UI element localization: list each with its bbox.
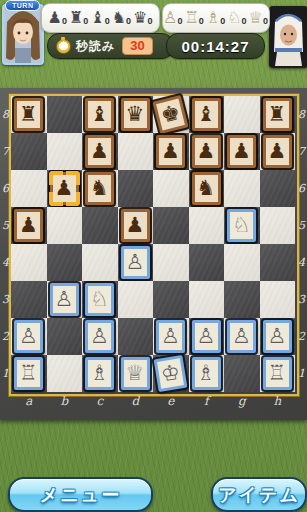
piece-glyph: ♙ xyxy=(232,326,251,347)
rank-label-3: 3 xyxy=(296,281,307,318)
menu-button-label: メニュー xyxy=(40,483,121,507)
rank-label-3: 3 xyxy=(0,281,11,318)
capture-count: 0 xyxy=(147,16,152,26)
rank-label-5: 5 xyxy=(296,207,307,244)
square-g5[interactable]: ♘ xyxy=(224,207,260,244)
piece-glyph: ♜ xyxy=(268,104,287,125)
square-g1[interactable] xyxy=(224,355,260,392)
square-f8[interactable]: ♝ xyxy=(189,96,225,133)
left-player-avatar xyxy=(2,4,44,65)
piece-glyph: ♟ xyxy=(197,141,216,162)
square-f3[interactable] xyxy=(189,281,225,318)
piece-glyph: ♟ xyxy=(126,215,145,236)
rank-label-2: 2 xyxy=(0,318,11,355)
piece-glyph: ♝ xyxy=(197,104,216,125)
selection-corner xyxy=(66,192,80,206)
square-d4[interactable]: ♙ xyxy=(118,244,154,281)
square-c5[interactable] xyxy=(82,207,118,244)
tray-item-black-knight: ♞0 xyxy=(112,8,132,28)
square-h2[interactable]: ♙ xyxy=(260,318,296,355)
white-knight-icon: ♘ xyxy=(227,8,241,28)
square-g3[interactable] xyxy=(224,281,260,318)
rank-label-1: 1 xyxy=(0,355,11,392)
black-piece-tile-h8[interactable]: ♜ xyxy=(263,98,292,131)
board-frame: ♜♝♛♚♝♜♟♟♟♟♟♟♞♞♟♟♘♙♙♘♙♙♙♙♙♙♖♗♕♔♗♖ 8765432… xyxy=(0,88,307,420)
piece-glyph: ♟ xyxy=(19,215,38,236)
square-d1[interactable]: ♕ xyxy=(118,355,154,392)
piece-glyph: ♙ xyxy=(197,326,216,347)
chess-board: ♜♝♛♚♝♜♟♟♟♟♟♟♞♞♟♟♘♙♙♘♙♙♙♙♙♙♖♗♕♔♗♖ xyxy=(11,96,295,392)
piece-glyph: ♘ xyxy=(232,215,251,236)
white-piece-tile-a2[interactable]: ♙ xyxy=(14,320,43,353)
woman-portrait-art xyxy=(4,6,42,63)
square-a7[interactable] xyxy=(11,133,47,170)
white-piece-tile-b3[interactable]: ♙ xyxy=(50,283,79,316)
white-bishop-icon: ♗ xyxy=(206,8,220,28)
square-a8[interactable]: ♜ xyxy=(11,96,47,133)
white-piece-tile-c2[interactable]: ♙ xyxy=(85,320,114,353)
capture-count: 0 xyxy=(62,16,67,26)
square-a6[interactable] xyxy=(11,170,47,207)
file-label-a: a xyxy=(11,394,47,408)
selection-corner xyxy=(49,171,63,185)
turn-badge: TURN xyxy=(5,0,40,11)
right-player-avatar xyxy=(269,6,307,68)
white-piece-tile-f1[interactable]: ♗ xyxy=(192,357,221,390)
piece-glyph: ♗ xyxy=(197,363,216,384)
white-piece-tile-h1[interactable]: ♖ xyxy=(263,357,292,390)
piece-glyph: ♜ xyxy=(19,104,38,125)
capture-count: 0 xyxy=(199,16,204,26)
black-piece-tile-c6[interactable]: ♞ xyxy=(85,172,114,205)
clock-time: 00:14:27 xyxy=(181,38,249,55)
square-f1[interactable]: ♗ xyxy=(189,355,225,392)
file-label-g: g xyxy=(224,394,260,408)
square-g8[interactable] xyxy=(224,96,260,133)
tray-item-white-queen: ♕0 xyxy=(249,8,269,28)
square-h1[interactable]: ♖ xyxy=(260,355,296,392)
piece-glyph: ♝ xyxy=(90,104,109,125)
white-rook-icon: ♖ xyxy=(184,8,198,28)
tray-item-black-pawn: ♟0 xyxy=(48,8,68,28)
square-f2[interactable]: ♙ xyxy=(189,318,225,355)
piece-glyph: ♞ xyxy=(197,178,216,199)
white-piece-tile-d4[interactable]: ♙ xyxy=(121,246,150,279)
rank-label-7: 7 xyxy=(0,133,11,170)
white-piece-tile-a1[interactable]: ♖ xyxy=(14,357,43,390)
piece-glyph: ♖ xyxy=(268,363,287,384)
square-c4[interactable] xyxy=(82,244,118,281)
black-piece-tile-f6[interactable]: ♞ xyxy=(192,172,221,205)
white-queen-icon: ♕ xyxy=(249,8,263,28)
rank-label-4: 4 xyxy=(296,244,307,281)
square-d5[interactable]: ♟ xyxy=(118,207,154,244)
rank-label-8: 8 xyxy=(0,96,11,133)
capture-count: 0 xyxy=(220,16,225,26)
byoyomi-seconds: 30 xyxy=(122,37,152,55)
black-pawn-icon: ♟ xyxy=(48,8,62,28)
file-labels: abcdefgh xyxy=(11,394,295,408)
piece-glyph: ♛ xyxy=(126,104,145,125)
byoyomi-label: 秒読み xyxy=(76,38,115,55)
square-h3[interactable] xyxy=(260,281,296,318)
piece-glyph: ♟ xyxy=(268,141,287,162)
square-h4[interactable] xyxy=(260,244,296,281)
tray-item-white-knight: ♘0 xyxy=(227,8,247,28)
square-d7[interactable] xyxy=(118,133,154,170)
white-piece-tile-h2[interactable]: ♙ xyxy=(263,320,292,353)
square-a2[interactable]: ♙ xyxy=(11,318,47,355)
square-f5[interactable] xyxy=(189,207,225,244)
black-piece-tile-h7[interactable]: ♟ xyxy=(263,135,292,168)
tray-item-white-bishop: ♗0 xyxy=(206,8,226,28)
capture-count: 0 xyxy=(263,16,268,26)
black-piece-tile-c8[interactable]: ♝ xyxy=(85,98,114,131)
capture-count: 0 xyxy=(105,16,110,26)
square-g2[interactable]: ♙ xyxy=(224,318,260,355)
square-g7[interactable]: ♟ xyxy=(224,133,260,170)
square-g4[interactable] xyxy=(224,244,260,281)
square-b1[interactable] xyxy=(47,355,83,392)
captured-tray-black-pieces: ♟0♜0♝0♞0♛0 xyxy=(41,3,160,33)
black-piece-tile-f7[interactable]: ♟ xyxy=(192,135,221,168)
rank-labels-right: 87654321 xyxy=(296,96,307,392)
file-label-c: c xyxy=(82,394,118,408)
rank-label-6: 6 xyxy=(0,170,11,207)
tray-item-white-rook: ♖0 xyxy=(184,8,204,28)
piece-glyph: ♙ xyxy=(126,252,145,273)
square-f4[interactable] xyxy=(189,244,225,281)
square-c6[interactable]: ♞ xyxy=(82,170,118,207)
square-b7[interactable] xyxy=(47,133,83,170)
menu-button[interactable]: メニュー xyxy=(8,477,153,512)
square-b8[interactable] xyxy=(47,96,83,133)
square-e8[interactable]: ♚ xyxy=(153,96,189,133)
square-c8[interactable]: ♝ xyxy=(82,96,118,133)
black-piece-tile-g7[interactable]: ♟ xyxy=(227,135,256,168)
piece-glyph: ♖ xyxy=(19,363,38,384)
file-label-f: f xyxy=(189,394,225,408)
black-piece-tile-e8[interactable]: ♚ xyxy=(152,95,188,134)
square-f6[interactable]: ♞ xyxy=(189,170,225,207)
white-piece-tile-g5[interactable]: ♘ xyxy=(227,209,256,242)
tray-item-white-pawn: ♙0 xyxy=(163,8,183,28)
piece-glyph: ♟ xyxy=(161,141,180,162)
square-c2[interactable]: ♙ xyxy=(82,318,118,355)
piece-glyph: ♗ xyxy=(90,363,109,384)
capture-count: 0 xyxy=(83,16,88,26)
black-piece-tile-f8[interactable]: ♝ xyxy=(192,98,221,131)
square-c7[interactable]: ♟ xyxy=(82,133,118,170)
item-button[interactable]: アイテム xyxy=(211,477,307,512)
rank-label-1: 1 xyxy=(296,355,307,392)
game-clock: 00:14:27 xyxy=(166,33,265,59)
square-h6[interactable] xyxy=(260,170,296,207)
piece-glyph: ♙ xyxy=(161,326,180,347)
square-d6[interactable] xyxy=(118,170,154,207)
black-queen-icon: ♛ xyxy=(133,8,147,28)
black-piece-tile-b6[interactable]: ♟ xyxy=(50,172,79,205)
square-a4[interactable] xyxy=(11,244,47,281)
square-e2[interactable]: ♙ xyxy=(153,318,189,355)
square-b6[interactable]: ♟ xyxy=(47,170,83,207)
square-b2[interactable] xyxy=(47,318,83,355)
piece-glyph: ♔ xyxy=(160,362,182,386)
black-piece-tile-d5[interactable]: ♟ xyxy=(121,209,150,242)
nun-portrait-art xyxy=(271,8,306,66)
item-button-label: アイテム xyxy=(218,483,300,507)
capture-count: 0 xyxy=(242,16,247,26)
square-c1[interactable]: ♗ xyxy=(82,355,118,392)
rank-labels-left: 87654321 xyxy=(0,96,11,392)
tray-item-black-rook: ♜0 xyxy=(69,8,89,28)
byoyomi-timer: 秒読み 30 xyxy=(47,33,174,59)
square-a5[interactable]: ♟ xyxy=(11,207,47,244)
black-knight-icon: ♞ xyxy=(112,8,126,28)
white-piece-tile-g2[interactable]: ♙ xyxy=(227,320,256,353)
white-piece-tile-e1[interactable]: ♔ xyxy=(154,355,188,392)
square-e5[interactable] xyxy=(153,207,189,244)
piece-glyph: ♕ xyxy=(126,363,145,384)
captured-tray-white-pieces: ♙0♖0♗0♘0♕0 xyxy=(162,3,270,33)
square-d3[interactable] xyxy=(118,281,154,318)
square-h7[interactable]: ♟ xyxy=(260,133,296,170)
square-e3[interactable] xyxy=(153,281,189,318)
square-f7[interactable]: ♟ xyxy=(189,133,225,170)
white-piece-tile-e2[interactable]: ♙ xyxy=(156,320,185,353)
stopwatch-icon xyxy=(56,39,71,54)
square-g6[interactable] xyxy=(224,170,260,207)
rank-label-4: 4 xyxy=(0,244,11,281)
rank-label-7: 7 xyxy=(296,133,307,170)
black-piece-tile-d8[interactable]: ♛ xyxy=(121,98,150,131)
white-piece-tile-c3[interactable]: ♘ xyxy=(85,283,114,316)
white-piece-tile-d1[interactable]: ♕ xyxy=(121,357,150,390)
rank-label-2: 2 xyxy=(296,318,307,355)
square-d2[interactable] xyxy=(118,318,154,355)
selection-corner xyxy=(66,171,80,185)
piece-glyph: ♘ xyxy=(90,289,109,310)
black-bishop-icon: ♝ xyxy=(90,8,104,28)
selection-corner xyxy=(49,192,63,206)
file-label-h: h xyxy=(260,394,296,408)
rank-label-5: 5 xyxy=(0,207,11,244)
piece-glyph: ♚ xyxy=(159,102,182,127)
square-e1[interactable]: ♔ xyxy=(153,355,189,392)
square-b5[interactable] xyxy=(47,207,83,244)
piece-glyph: ♟ xyxy=(232,141,251,162)
capture-count: 0 xyxy=(126,16,131,26)
square-a1[interactable]: ♖ xyxy=(11,355,47,392)
square-e6[interactable] xyxy=(153,170,189,207)
capture-count: 0 xyxy=(177,16,182,26)
white-pawn-icon: ♙ xyxy=(163,8,177,28)
piece-glyph: ♙ xyxy=(268,326,287,347)
file-label-d: d xyxy=(118,394,154,408)
black-rook-icon: ♜ xyxy=(69,8,83,28)
black-piece-tile-a5[interactable]: ♟ xyxy=(14,209,43,242)
tray-item-black-queen: ♛0 xyxy=(133,8,153,28)
white-piece-tile-f2[interactable]: ♙ xyxy=(192,320,221,353)
file-label-e: e xyxy=(153,394,189,408)
game-screen: TURN ♟0♜0♝0♞0♛0 ♙0♖0♗0♘0♕0 秒読み xyxy=(0,0,307,512)
piece-glyph: ♙ xyxy=(19,326,38,347)
white-piece-tile-c1[interactable]: ♗ xyxy=(85,357,114,390)
rank-label-8: 8 xyxy=(296,96,307,133)
square-d8[interactable]: ♛ xyxy=(118,96,154,133)
black-piece-tile-c7[interactable]: ♟ xyxy=(85,135,114,168)
square-b4[interactable] xyxy=(47,244,83,281)
piece-glyph: ♙ xyxy=(90,326,109,347)
square-e7[interactable]: ♟ xyxy=(153,133,189,170)
square-a3[interactable] xyxy=(11,281,47,318)
square-h5[interactable] xyxy=(260,207,296,244)
square-h8[interactable]: ♜ xyxy=(260,96,296,133)
rank-label-6: 6 xyxy=(296,170,307,207)
tray-item-black-bishop: ♝0 xyxy=(90,8,110,28)
piece-glyph: ♞ xyxy=(90,178,109,199)
piece-glyph: ♟ xyxy=(90,141,109,162)
square-b3[interactable]: ♙ xyxy=(47,281,83,318)
piece-glyph: ♙ xyxy=(55,289,74,310)
square-e4[interactable] xyxy=(153,244,189,281)
square-c3[interactable]: ♘ xyxy=(82,281,118,318)
black-piece-tile-e7[interactable]: ♟ xyxy=(156,135,185,168)
file-label-b: b xyxy=(47,394,83,408)
black-piece-tile-a8[interactable]: ♜ xyxy=(14,98,43,131)
